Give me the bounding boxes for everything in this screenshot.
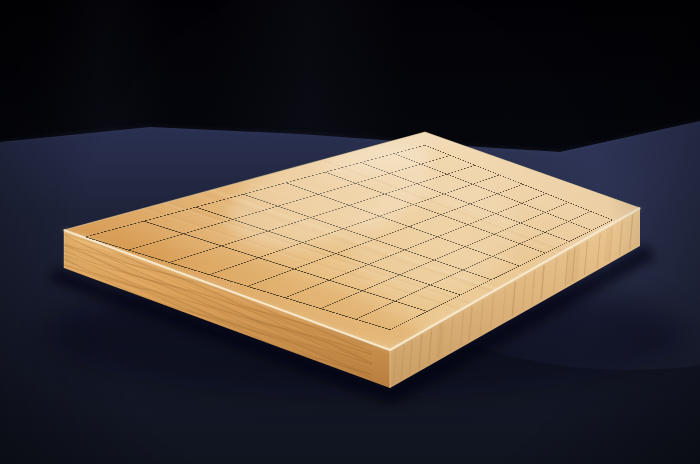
backdrop-folds [38,0,407,148]
photo-scene [0,0,700,464]
